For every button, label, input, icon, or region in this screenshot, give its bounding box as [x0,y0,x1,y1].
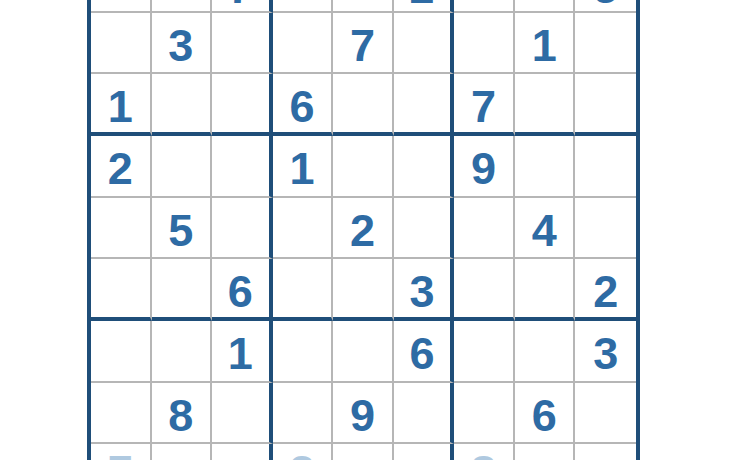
sudoku-cell[interactable] [91,383,152,445]
sudoku-cell[interactable] [454,383,515,445]
sudoku-cell[interactable]: 1 [91,74,152,136]
sudoku-cell[interactable]: 9 [454,136,515,198]
sudoku-cell[interactable]: 3 [394,259,455,321]
sudoku-cell[interactable] [394,136,455,198]
given-digit: 2 [410,0,435,10]
sudoku-cell[interactable] [273,13,334,75]
sudoku-cell[interactable] [91,321,152,383]
given-digit: 1 [289,146,314,191]
sudoku-cell[interactable] [454,0,515,13]
sudoku-cell[interactable] [152,136,213,198]
sudoku-cell[interactable]: 7 [333,13,394,75]
sudoku-cell[interactable] [152,321,213,383]
given-digit: 6 [532,393,557,438]
sudoku-cell[interactable] [212,198,273,260]
sudoku-cell[interactable] [212,74,273,136]
sudoku-cell[interactable]: 7 [454,74,515,136]
sudoku-cell[interactable]: 3 [575,321,636,383]
sudoku-cell[interactable]: 2 [333,198,394,260]
sudoku-cell[interactable]: 2 [394,0,455,13]
sudoku-cell[interactable] [333,0,394,13]
sudoku-cell[interactable] [575,13,636,75]
sudoku-cell[interactable] [273,259,334,321]
sudoku-cell[interactable] [91,259,152,321]
sudoku-cell[interactable] [333,136,394,198]
sudoku-cell[interactable] [394,74,455,136]
given-digit: 2 [108,146,133,191]
sudoku-cell[interactable]: 6 [212,259,273,321]
given-digit: 1 [108,84,133,129]
sudoku-cell[interactable] [515,259,576,321]
sudoku-cell[interactable]: 6 [273,74,334,136]
sudoku-cell[interactable] [575,136,636,198]
sudoku-cell[interactable]: 5 [152,198,213,260]
given-digit: 1 [228,331,253,376]
sudoku-cell[interactable] [91,0,152,13]
sudoku-cell[interactable] [394,198,455,260]
sudoku-cell[interactable]: 2 [575,259,636,321]
sudoku-cell[interactable] [333,444,394,460]
sudoku-cell[interactable] [515,0,576,13]
sudoku-cell[interactable] [152,74,213,136]
sudoku-cell[interactable] [212,13,273,75]
sudoku-cell[interactable] [454,198,515,260]
sudoku-cell[interactable] [394,383,455,445]
given-digit: 3 [410,269,435,314]
sudoku-cell[interactable] [454,13,515,75]
sudoku-cell[interactable] [212,444,273,460]
given-digit: 3 [593,331,618,376]
given-digit: 7 [228,0,253,10]
given-digit: 4 [532,208,557,253]
sudoku-cell[interactable] [575,383,636,445]
given-digit: 1 [532,23,557,68]
given-digit: 6 [410,331,435,376]
sudoku-cell[interactable]: 1 [212,321,273,383]
sudoku-cell[interactable] [333,259,394,321]
sudoku-cell[interactable] [273,198,334,260]
sudoku-cell[interactable]: 9 [333,383,394,445]
sudoku-cell[interactable] [333,74,394,136]
sudoku-cell[interactable]: 1 [515,13,576,75]
sudoku-cell[interactable] [212,136,273,198]
given-digit: 9 [350,393,375,438]
sudoku-cell[interactable] [575,444,636,460]
sudoku-cell[interactable] [212,383,273,445]
given-digit: 6 [228,269,253,314]
sudoku-cell[interactable]: 7 [91,444,152,460]
sudoku-cell[interactable]: 8 [454,444,515,460]
given-digit: 8 [168,393,193,438]
given-digit: 5 [593,0,618,10]
given-digit: 7 [108,449,133,460]
sudoku-cell[interactable]: 7 [212,0,273,13]
sudoku-cell[interactable]: 3 [152,13,213,75]
given-digit: 6 [289,84,314,129]
sudoku-cell[interactable] [575,74,636,136]
sudoku-cell[interactable] [394,13,455,75]
sudoku-cell[interactable] [273,321,334,383]
sudoku-cell[interactable]: 3 [273,444,334,460]
given-digit: 7 [471,84,496,129]
sudoku-cell[interactable] [394,444,455,460]
given-digit: 5 [168,208,193,253]
sudoku-cell[interactable]: 1 [273,136,334,198]
sudoku-cell[interactable] [273,383,334,445]
sudoku-board: 725371167219524632163896738 [87,0,640,460]
sudoku-cell[interactable]: 5 [575,0,636,13]
sudoku-cell[interactable]: 2 [91,136,152,198]
given-digit: 3 [289,449,314,460]
given-digit: 2 [593,269,618,314]
sudoku-cell[interactable]: 6 [394,321,455,383]
sudoku-cell[interactable] [515,136,576,198]
given-digit: 7 [350,23,375,68]
sudoku-cell[interactable] [454,321,515,383]
given-digit: 8 [471,449,496,460]
sudoku-cell[interactable] [152,259,213,321]
sudoku-cell[interactable] [333,321,394,383]
sudoku-cell[interactable] [575,198,636,260]
sudoku-cell[interactable] [91,13,152,75]
sudoku-page: 725371167219524632163896738 [0,0,736,460]
sudoku-cell[interactable] [515,444,576,460]
sudoku-cell[interactable] [152,0,213,13]
sudoku-cell[interactable] [91,198,152,260]
given-digit: 9 [471,146,496,191]
sudoku-cell[interactable]: 6 [515,383,576,445]
sudoku-cell[interactable] [273,0,334,13]
sudoku-cell[interactable]: 8 [152,383,213,445]
given-digit: 3 [168,23,193,68]
given-digit: 2 [350,208,375,253]
sudoku-cell[interactable]: 4 [515,198,576,260]
sudoku-cell[interactable] [515,321,576,383]
sudoku-cell[interactable] [515,74,576,136]
sudoku-cell[interactable] [454,259,515,321]
sudoku-cell[interactable] [152,444,213,460]
